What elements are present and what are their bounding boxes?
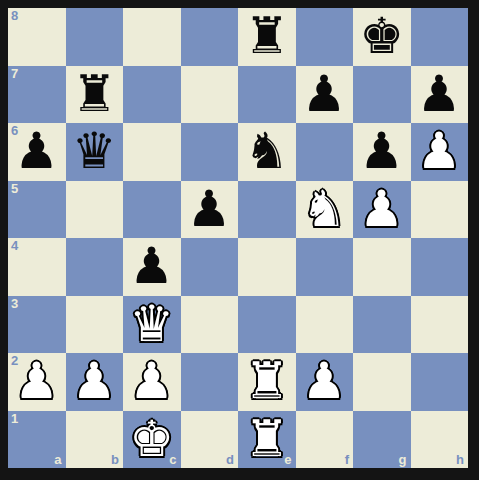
- white-pawn[interactable]: ♟: [129, 353, 174, 410]
- square-b3[interactable]: [66, 296, 124, 354]
- square-d8[interactable]: [181, 8, 239, 66]
- square-d4[interactable]: [181, 238, 239, 296]
- square-a2[interactable]: 2♟: [8, 353, 66, 411]
- black-pawn[interactable]: ♟: [417, 66, 462, 123]
- black-pawn[interactable]: ♟: [302, 66, 347, 123]
- square-d5[interactable]: ♟: [181, 181, 239, 239]
- black-queen[interactable]: ♛: [72, 123, 117, 180]
- square-e8[interactable]: ♜: [238, 8, 296, 66]
- square-c7[interactable]: [123, 66, 181, 124]
- square-d6[interactable]: [181, 123, 239, 181]
- square-b2[interactable]: ♟: [66, 353, 124, 411]
- black-pawn[interactable]: ♟: [14, 123, 59, 180]
- square-g5[interactable]: ♟: [353, 181, 411, 239]
- square-f1[interactable]: f: [296, 411, 354, 469]
- square-e5[interactable]: [238, 181, 296, 239]
- file-label-h: h: [456, 453, 464, 467]
- square-b4[interactable]: [66, 238, 124, 296]
- square-a5[interactable]: 5: [8, 181, 66, 239]
- square-d2[interactable]: [181, 353, 239, 411]
- white-pawn[interactable]: ♟: [14, 353, 59, 410]
- square-h5[interactable]: [411, 181, 469, 239]
- white-rook[interactable]: ♜: [244, 353, 289, 410]
- white-pawn[interactable]: ♟: [72, 353, 117, 410]
- square-e4[interactable]: [238, 238, 296, 296]
- rank-label-1: 1: [11, 412, 18, 426]
- square-a7[interactable]: 7: [8, 66, 66, 124]
- white-rook[interactable]: ♜: [244, 411, 289, 468]
- square-g4[interactable]: [353, 238, 411, 296]
- white-pawn[interactable]: ♟: [359, 181, 404, 238]
- square-a6[interactable]: 6♟: [8, 123, 66, 181]
- square-c4[interactable]: ♟: [123, 238, 181, 296]
- square-e6[interactable]: ♞: [238, 123, 296, 181]
- white-king[interactable]: ♚: [129, 411, 174, 468]
- black-rook[interactable]: ♜: [244, 8, 289, 65]
- rank-label-5: 5: [11, 182, 18, 196]
- square-a1[interactable]: 1a: [8, 411, 66, 469]
- square-h6[interactable]: ♟: [411, 123, 469, 181]
- square-d7[interactable]: [181, 66, 239, 124]
- square-c1[interactable]: c♚: [123, 411, 181, 469]
- white-knight[interactable]: ♞: [302, 181, 347, 238]
- rank-label-6: 6: [11, 124, 18, 138]
- square-g3[interactable]: [353, 296, 411, 354]
- black-pawn[interactable]: ♟: [187, 181, 232, 238]
- square-b7[interactable]: ♜: [66, 66, 124, 124]
- file-label-b: b: [111, 453, 119, 467]
- square-h2[interactable]: [411, 353, 469, 411]
- square-h7[interactable]: ♟: [411, 66, 469, 124]
- square-a3[interactable]: 3: [8, 296, 66, 354]
- square-b1[interactable]: b: [66, 411, 124, 469]
- white-queen[interactable]: ♛: [129, 296, 174, 353]
- chess-board[interactable]: 8♜♚7♜♟♟6♟♛♞♟♟5♟♞♟4♟3♛2♟♟♟♜♟1abc♚de♜fgh: [8, 8, 468, 468]
- square-g7[interactable]: [353, 66, 411, 124]
- square-e2[interactable]: ♜: [238, 353, 296, 411]
- black-pawn[interactable]: ♟: [359, 123, 404, 180]
- square-g2[interactable]: [353, 353, 411, 411]
- square-g8[interactable]: ♚: [353, 8, 411, 66]
- square-f7[interactable]: ♟: [296, 66, 354, 124]
- square-d3[interactable]: [181, 296, 239, 354]
- black-knight[interactable]: ♞: [244, 123, 289, 180]
- square-c2[interactable]: ♟: [123, 353, 181, 411]
- square-h8[interactable]: [411, 8, 469, 66]
- square-f2[interactable]: ♟: [296, 353, 354, 411]
- square-a8[interactable]: 8: [8, 8, 66, 66]
- black-king[interactable]: ♚: [359, 8, 404, 65]
- black-rook[interactable]: ♜: [72, 66, 117, 123]
- file-label-a: a: [54, 453, 61, 467]
- square-e3[interactable]: [238, 296, 296, 354]
- rank-label-2: 2: [11, 354, 18, 368]
- file-label-f: f: [345, 453, 349, 467]
- white-pawn[interactable]: ♟: [417, 123, 462, 180]
- file-label-e: e: [284, 453, 291, 467]
- square-f4[interactable]: [296, 238, 354, 296]
- square-g1[interactable]: g: [353, 411, 411, 469]
- rank-label-3: 3: [11, 297, 18, 311]
- square-f6[interactable]: [296, 123, 354, 181]
- rank-label-4: 4: [11, 239, 18, 253]
- file-label-g: g: [399, 453, 407, 467]
- square-h4[interactable]: [411, 238, 469, 296]
- square-e7[interactable]: [238, 66, 296, 124]
- square-f3[interactable]: [296, 296, 354, 354]
- square-b5[interactable]: [66, 181, 124, 239]
- square-c5[interactable]: [123, 181, 181, 239]
- square-c8[interactable]: [123, 8, 181, 66]
- board-frame: 8♜♚7♜♟♟6♟♛♞♟♟5♟♞♟4♟3♛2♟♟♟♜♟1abc♚de♜fgh: [0, 0, 479, 480]
- square-h3[interactable]: [411, 296, 469, 354]
- square-b8[interactable]: [66, 8, 124, 66]
- square-d1[interactable]: d: [181, 411, 239, 469]
- white-pawn[interactable]: ♟: [302, 353, 347, 410]
- file-label-c: c: [169, 453, 176, 467]
- square-b6[interactable]: ♛: [66, 123, 124, 181]
- square-a4[interactable]: 4: [8, 238, 66, 296]
- square-f8[interactable]: [296, 8, 354, 66]
- square-c3[interactable]: ♛: [123, 296, 181, 354]
- rank-label-7: 7: [11, 67, 18, 81]
- file-label-d: d: [226, 453, 234, 467]
- black-pawn[interactable]: ♟: [129, 238, 174, 295]
- square-f5[interactable]: ♞: [296, 181, 354, 239]
- square-c6[interactable]: [123, 123, 181, 181]
- square-g6[interactable]: ♟: [353, 123, 411, 181]
- square-e1[interactable]: e♜: [238, 411, 296, 469]
- rank-label-8: 8: [11, 9, 18, 23]
- square-h1[interactable]: h: [411, 411, 469, 469]
